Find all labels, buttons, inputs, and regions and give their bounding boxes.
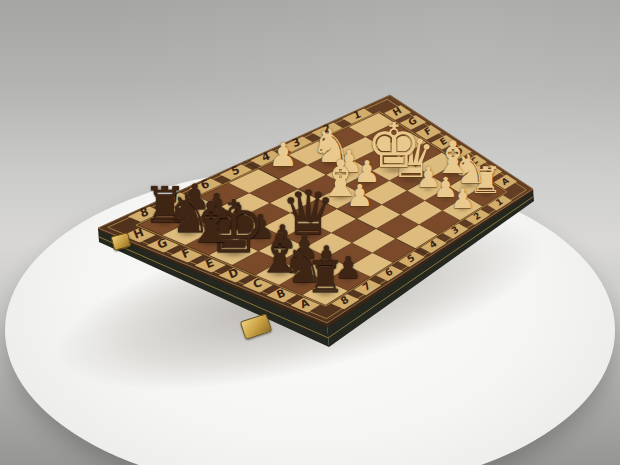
chess-board: AABBCCDDEEFFGGHH8877665544332211 — [0, 0, 620, 465]
product-photo-scene: AABBCCDDEEFFGGHH8877665544332211 ♜♞♝♚♝♞♜… — [0, 0, 620, 465]
